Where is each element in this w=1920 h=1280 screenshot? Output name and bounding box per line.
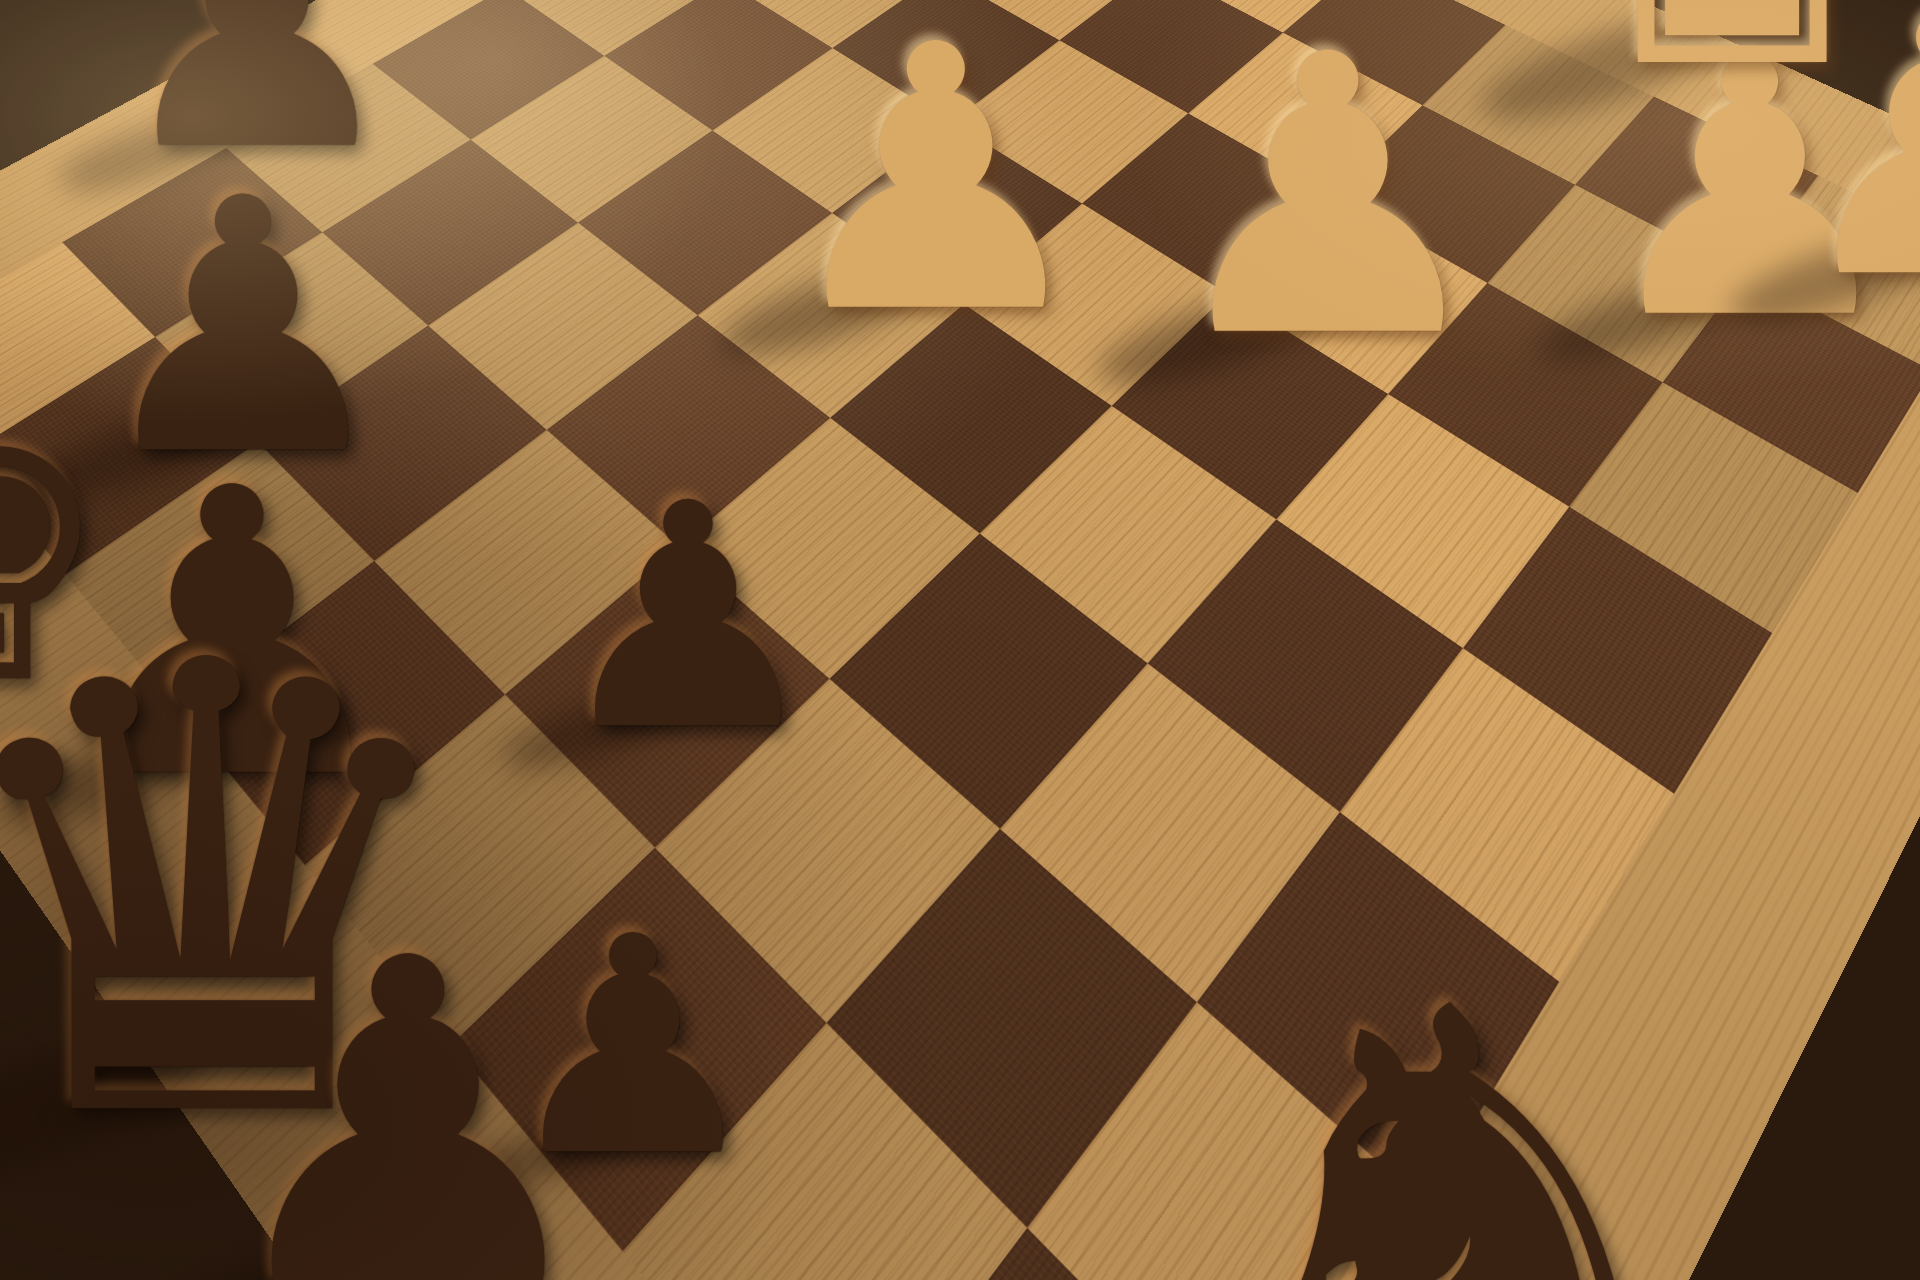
- black-pawn-d6[interactable]: ♟: [549, 463, 827, 773]
- black-knight-g5[interactable]: ♞: [1204, 934, 1733, 1280]
- chess-photo-scene: ♟♟♚♟♛♟♟♟♞♟♟♟♚♟: [0, 0, 1920, 1280]
- white-pawn-e1[interactable]: ♟: [1784, 0, 1920, 328]
- white-pawn-c4[interactable]: ♟: [772, 0, 1099, 363]
- pieces-layer: ♟♟♚♟♛♟♟♟♞♟♟♟♚♟: [0, 0, 1920, 1280]
- black-pawn-e8[interactable]: ♟: [204, 901, 612, 1280]
- white-pawn-d3[interactable]: ♟: [1155, 6, 1500, 391]
